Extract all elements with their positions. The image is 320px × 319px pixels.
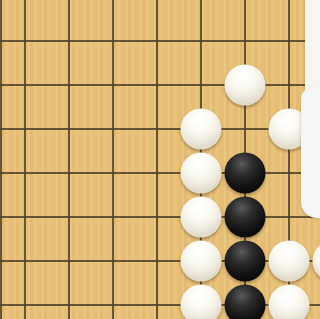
grid-line-vertical <box>0 0 2 319</box>
white-stone <box>225 65 266 106</box>
black-stone <box>225 153 266 194</box>
go-board[interactable] <box>0 0 320 319</box>
grid-line-horizontal <box>0 40 320 42</box>
app-screenshot <box>0 0 320 319</box>
grid-line-horizontal <box>0 216 320 218</box>
white-stone <box>269 285 310 319</box>
grid-line-horizontal <box>0 84 320 86</box>
white-stone <box>181 285 222 319</box>
white-stone <box>181 153 222 194</box>
grid-line-vertical <box>112 0 114 319</box>
black-stone <box>225 285 266 319</box>
grid-line-vertical <box>24 0 26 319</box>
black-stone <box>225 241 266 282</box>
white-stone <box>181 109 222 150</box>
white-stone <box>313 241 320 282</box>
side-panel[interactable] <box>301 88 320 218</box>
side-panel-top-strip <box>305 0 320 90</box>
grid-line-vertical <box>68 0 70 319</box>
grid-line-vertical <box>156 0 158 319</box>
white-stone <box>181 241 222 282</box>
white-stone <box>181 197 222 238</box>
white-stone <box>269 241 310 282</box>
black-stone <box>225 197 266 238</box>
grid-line-horizontal <box>0 172 320 174</box>
